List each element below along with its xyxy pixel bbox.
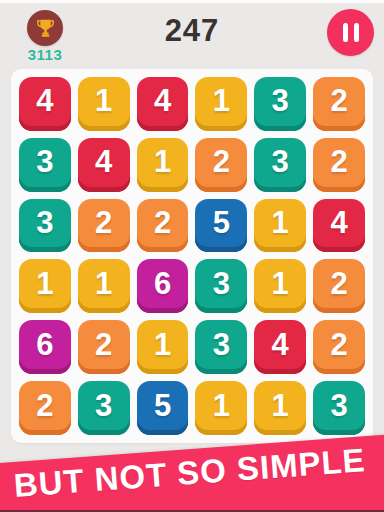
tile-r6c4[interactable]: 1 [195, 381, 247, 435]
tile-number: 3 [272, 83, 289, 124]
tile-r5c2[interactable]: 2 [78, 320, 130, 374]
tile-r2c3[interactable]: 1 [137, 138, 189, 192]
tile-r2c4[interactable]: 2 [195, 138, 247, 192]
tile-number: 1 [213, 83, 230, 124]
tile-number: 4 [95, 144, 112, 185]
tile-number: 4 [36, 83, 53, 124]
tile-number: 2 [213, 144, 230, 185]
tile-r5c5[interactable]: 4 [254, 320, 306, 374]
tile-r2c1[interactable]: 3 [19, 138, 71, 192]
tile-r3c6[interactable]: 4 [313, 199, 365, 253]
tile-r6c6[interactable]: 3 [313, 381, 365, 435]
tile-r1c3[interactable]: 4 [137, 77, 189, 131]
tile-number: 2 [330, 83, 347, 124]
tile-number: 2 [36, 388, 53, 429]
tile-number: 3 [95, 388, 112, 429]
tile-r3c5[interactable]: 1 [254, 199, 306, 253]
tile-number: 3 [330, 388, 347, 429]
tile-r3c1[interactable]: 3 [19, 199, 71, 253]
tile-r6c5[interactable]: 1 [254, 381, 306, 435]
pause-button[interactable] [327, 9, 374, 56]
tile-r4c5[interactable]: 1 [254, 259, 306, 313]
tile-r1c1[interactable]: 4 [19, 77, 71, 131]
top-edge-strip [0, 0, 384, 3]
tile-number: 1 [272, 388, 289, 429]
tile-r1c5[interactable]: 3 [254, 77, 306, 131]
tile-number: 1 [95, 266, 112, 307]
tile-number: 1 [95, 83, 112, 124]
tile-r6c2[interactable]: 3 [78, 381, 130, 435]
tile-number: 3 [272, 144, 289, 185]
tile-number: 2 [330, 144, 347, 185]
tile-number: 1 [154, 327, 171, 368]
tile-number: 2 [95, 327, 112, 368]
tile-r6c1[interactable]: 2 [19, 381, 71, 435]
tile-r4c6[interactable]: 2 [313, 259, 365, 313]
tile-number: 5 [213, 205, 230, 246]
tile-r4c1[interactable]: 1 [19, 259, 71, 313]
tile-number: 2 [330, 327, 347, 368]
tile-number: 1 [272, 205, 289, 246]
tile-r2c2[interactable]: 4 [78, 138, 130, 192]
tile-r3c4[interactable]: 5 [195, 199, 247, 253]
tile-r4c2[interactable]: 1 [78, 259, 130, 313]
tile-r5c4[interactable]: 3 [195, 320, 247, 374]
tile-number: 3 [36, 205, 53, 246]
tile-r4c4[interactable]: 3 [195, 259, 247, 313]
tile-number: 4 [272, 327, 289, 368]
tile-r5c3[interactable]: 1 [137, 320, 189, 374]
tile-r6c3[interactable]: 5 [137, 381, 189, 435]
tile-number: 2 [330, 266, 347, 307]
tile-r1c6[interactable]: 2 [313, 77, 365, 131]
tile-number: 2 [154, 205, 171, 246]
tile-number: 3 [36, 144, 53, 185]
tile-r2c6[interactable]: 2 [313, 138, 365, 192]
tile-r2c5[interactable]: 3 [254, 138, 306, 192]
tile-number: 2 [95, 205, 112, 246]
tile-number: 3 [213, 327, 230, 368]
tile-r5c1[interactable]: 6 [19, 320, 71, 374]
tile-number: 6 [154, 266, 171, 307]
tile-number: 1 [36, 266, 53, 307]
tile-r1c2[interactable]: 1 [78, 77, 130, 131]
tile-number: 6 [36, 327, 53, 368]
tile-r1c4[interactable]: 1 [195, 77, 247, 131]
banner-text: BUT NOT SO SIMPLE [13, 441, 367, 505]
tile-r5c6[interactable]: 2 [313, 320, 365, 374]
tile-r4c3[interactable]: 6 [137, 259, 189, 313]
tile-number: 1 [272, 266, 289, 307]
tile-number: 1 [154, 144, 171, 185]
tile-number: 1 [213, 388, 230, 429]
tile-r3c3[interactable]: 2 [137, 199, 189, 253]
board-grid: 414132341232322514116312621342235113 [11, 69, 373, 443]
tile-number: 3 [213, 266, 230, 307]
tile-number: 4 [154, 83, 171, 124]
tile-number: 5 [154, 388, 171, 429]
pause-icon [343, 23, 359, 42]
tile-r3c2[interactable]: 2 [78, 199, 130, 253]
tile-number: 4 [330, 205, 347, 246]
promo-banner: BUT NOT SO SIMPLE [0, 433, 384, 512]
